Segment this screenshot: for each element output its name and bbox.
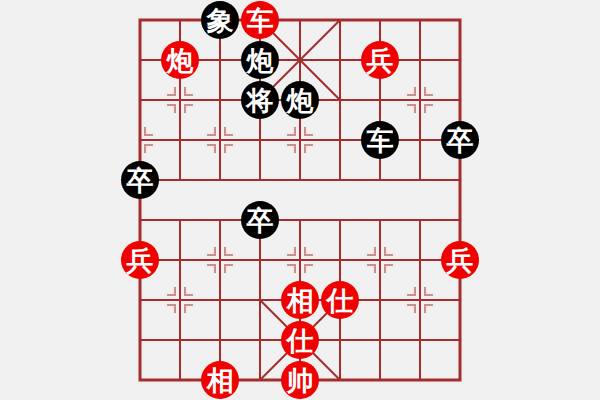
piece-black-chariot[interactable]: 车 [361, 121, 399, 159]
piece-black-soldier[interactable]: 卒 [121, 161, 159, 199]
piece-red-elephant[interactable]: 相 [201, 361, 239, 399]
xiangqi-board: 象车炮炮兵将炮车卒卒卒兵兵相仕仕相帅 [0, 0, 600, 400]
piece-red-soldier[interactable]: 兵 [121, 241, 159, 279]
piece-red-advisor[interactable]: 仕 [281, 321, 319, 359]
piece-red-chariot[interactable]: 车 [241, 1, 279, 39]
piece-black-cannon[interactable]: 炮 [241, 41, 279, 79]
piece-red-cannon[interactable]: 炮 [161, 41, 199, 79]
piece-red-advisor[interactable]: 仕 [321, 281, 359, 319]
piece-layer: 象车炮炮兵将炮车卒卒卒兵兵相仕仕相帅 [120, 0, 480, 400]
piece-black-general[interactable]: 将 [241, 81, 279, 119]
piece-red-elephant[interactable]: 相 [281, 281, 319, 319]
piece-black-soldier[interactable]: 卒 [241, 201, 279, 239]
piece-black-elephant[interactable]: 象 [201, 1, 239, 39]
piece-red-soldier[interactable]: 兵 [441, 241, 479, 279]
piece-red-soldier[interactable]: 兵 [361, 41, 399, 79]
piece-black-cannon[interactable]: 炮 [281, 81, 319, 119]
piece-red-general[interactable]: 帅 [281, 361, 319, 399]
piece-black-soldier[interactable]: 卒 [441, 121, 479, 159]
